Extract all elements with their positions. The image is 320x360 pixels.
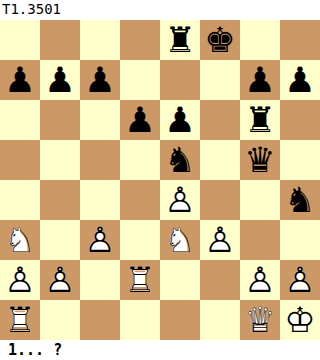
square-f4[interactable] [200, 180, 240, 220]
square-f8[interactable]: ♚ [200, 20, 240, 60]
square-f3[interactable]: ♟♙ [200, 220, 240, 260]
piece-outline: ♔ [284, 300, 315, 340]
square-d2[interactable]: ♜♖ [120, 260, 160, 300]
square-g8[interactable] [240, 20, 280, 60]
square-d7[interactable] [120, 60, 160, 100]
square-c4[interactable] [80, 180, 120, 220]
square-g2[interactable]: ♟♙ [240, 260, 280, 300]
piece-black-king: ♚ [204, 20, 235, 60]
square-h2[interactable]: ♟♙ [280, 260, 320, 300]
piece-white-pawn: ♟♙ [204, 220, 235, 260]
square-b6[interactable] [40, 100, 80, 140]
square-d3[interactable] [120, 220, 160, 260]
puzzle-id: T1.3501 [0, 0, 320, 20]
piece-black-rook: ♜ [244, 100, 275, 140]
square-c8[interactable] [80, 20, 120, 60]
square-e1[interactable] [160, 300, 200, 340]
square-b2[interactable]: ♟♙ [40, 260, 80, 300]
piece-white-knight: ♞♘ [4, 220, 35, 260]
square-a6[interactable] [0, 100, 40, 140]
piece-white-rook: ♜♖ [124, 260, 155, 300]
square-f1[interactable] [200, 300, 240, 340]
piece-outline: ♙ [284, 260, 315, 300]
square-d6[interactable]: ♟ [120, 100, 160, 140]
square-h7[interactable]: ♟ [280, 60, 320, 100]
square-f7[interactable] [200, 60, 240, 100]
square-b1[interactable] [40, 300, 80, 340]
piece-white-pawn: ♟♙ [164, 180, 195, 220]
square-d5[interactable] [120, 140, 160, 180]
piece-white-king: ♚♔ [284, 300, 315, 340]
square-a4[interactable] [0, 180, 40, 220]
piece-white-pawn: ♟♙ [4, 260, 35, 300]
move-prompt: 1... ? [0, 340, 320, 360]
piece-outline: ♘ [4, 220, 35, 260]
square-b4[interactable] [40, 180, 80, 220]
square-f6[interactable] [200, 100, 240, 140]
piece-white-pawn: ♟♙ [244, 260, 275, 300]
square-g7[interactable]: ♟ [240, 60, 280, 100]
square-e5[interactable]: ♞ [160, 140, 200, 180]
square-b8[interactable] [40, 20, 80, 60]
square-c6[interactable] [80, 100, 120, 140]
square-c7[interactable]: ♟ [80, 60, 120, 100]
square-a2[interactable]: ♟♙ [0, 260, 40, 300]
square-e8[interactable]: ♜ [160, 20, 200, 60]
square-h4[interactable]: ♞ [280, 180, 320, 220]
square-g6[interactable]: ♜ [240, 100, 280, 140]
piece-outline: ♕ [244, 300, 275, 340]
piece-white-pawn: ♟♙ [284, 260, 315, 300]
square-a8[interactable] [0, 20, 40, 60]
square-c1[interactable] [80, 300, 120, 340]
square-a3[interactable]: ♞♘ [0, 220, 40, 260]
piece-outline: ♙ [84, 220, 115, 260]
piece-black-knight: ♞ [164, 140, 195, 180]
piece-black-pawn: ♟ [164, 100, 195, 140]
square-g3[interactable] [240, 220, 280, 260]
square-f5[interactable] [200, 140, 240, 180]
square-e6[interactable]: ♟ [160, 100, 200, 140]
square-d1[interactable] [120, 300, 160, 340]
piece-black-pawn: ♟ [244, 60, 275, 100]
square-a5[interactable] [0, 140, 40, 180]
square-g4[interactable] [240, 180, 280, 220]
square-h6[interactable] [280, 100, 320, 140]
piece-outline: ♙ [164, 180, 195, 220]
square-d8[interactable] [120, 20, 160, 60]
piece-outline: ♙ [44, 260, 75, 300]
square-h8[interactable] [280, 20, 320, 60]
piece-black-knight: ♞ [284, 180, 315, 220]
square-e3[interactable]: ♞♘ [160, 220, 200, 260]
square-h3[interactable] [280, 220, 320, 260]
piece-black-pawn: ♟ [124, 100, 155, 140]
piece-black-pawn: ♟ [84, 60, 115, 100]
piece-white-rook: ♜♖ [4, 300, 35, 340]
piece-white-pawn: ♟♙ [84, 220, 115, 260]
square-b3[interactable] [40, 220, 80, 260]
square-h5[interactable] [280, 140, 320, 180]
piece-black-pawn: ♟ [44, 60, 75, 100]
square-a7[interactable]: ♟ [0, 60, 40, 100]
square-b5[interactable] [40, 140, 80, 180]
piece-outline: ♘ [164, 220, 195, 260]
square-c5[interactable] [80, 140, 120, 180]
piece-white-pawn: ♟♙ [44, 260, 75, 300]
piece-black-pawn: ♟ [284, 60, 315, 100]
piece-black-rook: ♜ [164, 20, 195, 60]
square-f2[interactable] [200, 260, 240, 300]
square-e7[interactable] [160, 60, 200, 100]
piece-black-pawn: ♟ [4, 60, 35, 100]
square-e4[interactable]: ♟♙ [160, 180, 200, 220]
square-d4[interactable] [120, 180, 160, 220]
square-a1[interactable]: ♜♖ [0, 300, 40, 340]
square-e2[interactable] [160, 260, 200, 300]
square-h1[interactable]: ♚♔ [280, 300, 320, 340]
square-g1[interactable]: ♛♕ [240, 300, 280, 340]
square-g5[interactable]: ♛ [240, 140, 280, 180]
chess-board: ♜♚♟♟♟♟♟♟♟♜♞♛♟♙♞♞♘♟♙♞♘♟♙♟♙♟♙♜♖♟♙♟♙♜♖♛♕♚♔ [0, 20, 320, 340]
piece-outline: ♙ [244, 260, 275, 300]
piece-white-queen: ♛♕ [244, 300, 275, 340]
piece-outline: ♖ [124, 260, 155, 300]
square-c2[interactable] [80, 260, 120, 300]
square-c3[interactable]: ♟♙ [80, 220, 120, 260]
piece-outline: ♙ [4, 260, 35, 300]
piece-outline: ♙ [204, 220, 235, 260]
piece-black-queen: ♛ [244, 140, 275, 180]
piece-outline: ♖ [4, 300, 35, 340]
square-b7[interactable]: ♟ [40, 60, 80, 100]
piece-white-knight: ♞♘ [164, 220, 195, 260]
